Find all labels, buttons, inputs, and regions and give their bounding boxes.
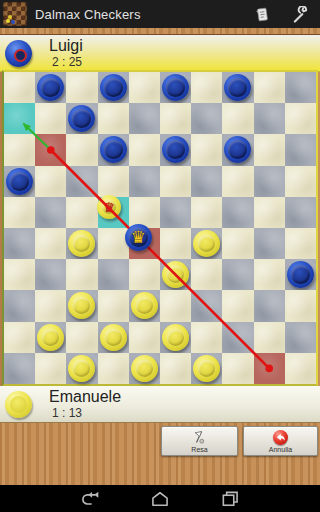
board-square-r2c2[interactable] — [66, 134, 97, 165]
board-square-r0c5[interactable] — [160, 72, 191, 103]
board-square-r3c6[interactable] — [191, 166, 222, 197]
board-square-r8c0[interactable] — [4, 322, 35, 353]
board-square-r1c6[interactable] — [191, 103, 222, 134]
app-title: Dalmax Checkers — [35, 7, 141, 22]
board-square-r1c7[interactable] — [222, 103, 253, 134]
board-square-r9c8[interactable] — [254, 353, 285, 384]
board-square-r1c1[interactable] — [35, 103, 66, 134]
board-square-r6c7[interactable] — [222, 259, 253, 290]
resign-button[interactable]: Resa — [161, 426, 238, 456]
board-square-r3c5[interactable] — [160, 166, 191, 197]
board-square-r7c9[interactable] — [285, 290, 316, 321]
board-square-r7c8[interactable] — [254, 290, 285, 321]
board-square-r2c1[interactable] — [35, 134, 66, 165]
blue-man[interactable] — [100, 74, 127, 101]
board-square-r5c2[interactable] — [66, 228, 97, 259]
board-square-r4c7[interactable] — [222, 197, 253, 228]
blue-man[interactable] — [37, 74, 64, 101]
white-flag-icon — [192, 429, 208, 445]
board-square-r3c1[interactable] — [35, 166, 66, 197]
blue-man[interactable] — [224, 136, 251, 163]
board-square-r4c9[interactable] — [285, 197, 316, 228]
board-square-r8c7[interactable] — [222, 322, 253, 353]
board-square-r6c1[interactable] — [35, 259, 66, 290]
yellow-man[interactable] — [193, 230, 220, 257]
board-square-r5c5[interactable] — [160, 228, 191, 259]
yellow-man[interactable] — [162, 261, 189, 288]
android-nav-bar — [0, 485, 320, 512]
board-square-r1c2[interactable] — [66, 103, 97, 134]
board-square-r9c0[interactable] — [4, 353, 35, 384]
board-square-r8c5[interactable] — [160, 322, 191, 353]
title-bar: Dalmax Checkers — [0, 0, 320, 28]
board-square-r8c3[interactable] — [98, 322, 129, 353]
board-square-r5c8[interactable] — [254, 228, 285, 259]
board-square-r7c4[interactable] — [129, 290, 160, 321]
board-square-r3c0[interactable] — [4, 166, 35, 197]
board-square-r2c9[interactable] — [285, 134, 316, 165]
undo-button[interactable]: Annulla — [243, 426, 318, 456]
board-square-r7c5[interactable] — [160, 290, 191, 321]
player-top-clock: 2 : 25 — [52, 56, 83, 69]
board-square-r0c2[interactable] — [66, 72, 97, 103]
app-screen: Dalmax Checkers Luigi 2 : 25 ♛♛ — [0, 0, 320, 512]
recents-icon[interactable] — [219, 489, 241, 509]
red-undo-icon — [273, 430, 288, 445]
board-square-r8c1[interactable] — [35, 322, 66, 353]
board-square-r4c6[interactable] — [191, 197, 222, 228]
yellow-man[interactable] — [68, 230, 95, 257]
board-square-r1c9[interactable] — [285, 103, 316, 134]
board-square-r0c6[interactable] — [191, 72, 222, 103]
board-square-r0c9[interactable] — [285, 72, 316, 103]
board-square-r3c4[interactable] — [129, 166, 160, 197]
board-square-r3c8[interactable] — [254, 166, 285, 197]
board-square-r9c5[interactable] — [160, 353, 191, 384]
board-square-r4c8[interactable] — [254, 197, 285, 228]
blue-man[interactable] — [6, 168, 33, 195]
board-square-r2c4[interactable] — [129, 134, 160, 165]
board-square-r5c1[interactable] — [35, 228, 66, 259]
board-square-r3c3[interactable] — [98, 166, 129, 197]
blue-man[interactable] — [224, 74, 251, 101]
board-square-r9c4[interactable] — [129, 353, 160, 384]
board-square-r6c4[interactable] — [129, 259, 160, 290]
player-top-name: Luigi — [49, 38, 83, 55]
board-square-r7c1[interactable] — [35, 290, 66, 321]
board-square-r2c6[interactable] — [191, 134, 222, 165]
board-square-r0c1[interactable] — [35, 72, 66, 103]
board-square-r9c6[interactable] — [191, 353, 222, 384]
board-frame: ♛♛ — [2, 70, 318, 386]
title-bar-actions — [254, 6, 320, 23]
blue-man[interactable] — [68, 105, 95, 132]
board-square-r9c2[interactable] — [66, 353, 97, 384]
player-bar-top: Luigi 2 : 25 — [0, 34, 320, 72]
app-icon — [3, 2, 27, 26]
board-square-r0c3[interactable] — [98, 72, 129, 103]
board-square-r1c3[interactable] — [98, 103, 129, 134]
board-square-r6c3[interactable] — [98, 259, 129, 290]
yellow-king[interactable]: ♛ — [97, 195, 121, 219]
yellow-man[interactable] — [68, 292, 95, 319]
board-square-r4c5[interactable] — [160, 197, 191, 228]
board-square-r6c6[interactable] — [191, 259, 222, 290]
crown-icon: ♛ — [97, 195, 121, 219]
board-square-r5c7[interactable] — [222, 228, 253, 259]
blue-man[interactable] — [162, 74, 189, 101]
board-square-r3c7[interactable] — [222, 166, 253, 197]
board-square-r9c3[interactable] — [98, 353, 129, 384]
yellow-player-piece-icon — [5, 391, 32, 418]
board-square-r1c5[interactable] — [160, 103, 191, 134]
moves-scroll-icon[interactable] — [253, 4, 272, 23]
board-square-r9c7[interactable] — [222, 353, 253, 384]
yellow-man[interactable] — [131, 355, 158, 382]
board-square-r2c3[interactable] — [98, 134, 129, 165]
player-bar-bottom: Emanuele 1 : 13 — [0, 386, 320, 423]
blue-man[interactable] — [100, 136, 127, 163]
board-square-r0c8[interactable] — [254, 72, 285, 103]
board-square-r6c2[interactable] — [66, 259, 97, 290]
yellow-man[interactable] — [131, 292, 158, 319]
board-square-r3c9[interactable] — [285, 166, 316, 197]
yellow-man[interactable] — [193, 355, 220, 382]
board-square-r7c3[interactable] — [98, 290, 129, 321]
board-square-r7c2[interactable] — [66, 290, 97, 321]
board-square-r2c7[interactable] — [222, 134, 253, 165]
back-icon[interactable] — [79, 489, 101, 509]
crown-icon: ♛ — [125, 224, 152, 251]
board-square-r0c7[interactable] — [222, 72, 253, 103]
board-square-r2c5[interactable] — [160, 134, 191, 165]
resign-button-label: Resa — [191, 446, 207, 453]
player-bottom-clock: 1 : 13 — [52, 407, 121, 420]
board-square-r7c7[interactable] — [222, 290, 253, 321]
board-square-r8c9[interactable] — [285, 322, 316, 353]
yellow-man[interactable] — [37, 324, 64, 351]
board-square-r1c4[interactable] — [129, 103, 160, 134]
board-square-r9c1[interactable] — [35, 353, 66, 384]
board-square-r7c6[interactable] — [191, 290, 222, 321]
board-square-r1c0[interactable] — [4, 103, 35, 134]
board-square-r6c5[interactable] — [160, 259, 191, 290]
settings-wrench-icon[interactable] — [291, 6, 308, 23]
yellow-man[interactable] — [162, 324, 189, 351]
board-square-r7c0[interactable] — [4, 290, 35, 321]
board-square-r8c4[interactable] — [129, 322, 160, 353]
board-square-r5c4[interactable]: ♛ — [129, 228, 160, 259]
board-square-r4c2[interactable] — [66, 197, 97, 228]
blue-player-piece-icon — [5, 40, 32, 67]
board-square-r6c9[interactable] — [285, 259, 316, 290]
player-bottom-name: Emanuele — [49, 389, 121, 406]
blue-man[interactable] — [287, 261, 314, 288]
home-icon[interactable] — [149, 489, 171, 509]
board-square-r6c0[interactable] — [4, 259, 35, 290]
undo-button-label: Annulla — [269, 446, 292, 453]
board-square-r5c9[interactable] — [285, 228, 316, 259]
board-square-r0c0[interactable] — [4, 72, 35, 103]
board-square-r8c2[interactable] — [66, 322, 97, 353]
board-square-r2c0[interactable] — [4, 134, 35, 165]
board-square-r8c6[interactable] — [191, 322, 222, 353]
board-square-r9c9[interactable] — [285, 353, 316, 384]
board-square-r0c4[interactable] — [129, 72, 160, 103]
board-square-r4c0[interactable] — [4, 197, 35, 228]
board-square-r1c8[interactable] — [254, 103, 285, 134]
yellow-man[interactable] — [68, 355, 95, 382]
board-square-r8c8[interactable] — [254, 322, 285, 353]
board-square-r3c2[interactable] — [66, 166, 97, 197]
blue-man[interactable] — [162, 136, 189, 163]
board[interactable]: ♛♛ — [4, 72, 316, 384]
board-square-r4c1[interactable] — [35, 197, 66, 228]
board-square-r6c8[interactable] — [254, 259, 285, 290]
board-square-r2c8[interactable] — [254, 134, 285, 165]
yellow-man[interactable] — [100, 324, 127, 351]
board-square-r5c6[interactable] — [191, 228, 222, 259]
board-square-r5c0[interactable] — [4, 228, 35, 259]
blue-king[interactable]: ♛ — [125, 224, 152, 251]
app-icon-dots — [6, 19, 10, 23]
